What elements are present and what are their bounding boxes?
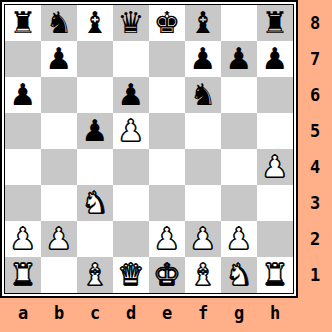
piece-white-queen: ♛ (118, 257, 145, 293)
square-f2[interactable]: ♟ (185, 221, 221, 257)
square-c2[interactable] (77, 221, 113, 257)
square-a6[interactable]: ♟ (5, 77, 41, 113)
file-label-a: a (5, 298, 41, 332)
piece-black-king: ♚ (154, 5, 181, 41)
square-e1[interactable]: ♚ (149, 257, 185, 293)
file-label-f: f (185, 298, 221, 332)
file-label-e: e (149, 298, 185, 332)
square-g7[interactable]: ♟ (221, 41, 257, 77)
square-d4[interactable] (113, 149, 149, 185)
square-g8[interactable] (221, 5, 257, 41)
rank-label-1: 1 (298, 257, 332, 293)
file-label-h: h (257, 298, 293, 332)
square-h4[interactable]: ♟ (257, 149, 293, 185)
piece-black-pawn: ♟ (118, 77, 145, 113)
square-g1[interactable]: ♞ (221, 257, 257, 293)
square-a1[interactable]: ♜ (5, 257, 41, 293)
rank-label-8: 8 (298, 5, 332, 41)
file-label-d: d (113, 298, 149, 332)
piece-black-bishop: ♝ (190, 5, 217, 41)
square-c4[interactable] (77, 149, 113, 185)
piece-white-pawn: ♟ (190, 221, 217, 257)
piece-black-pawn: ♟ (262, 41, 289, 77)
square-f6[interactable]: ♞ (185, 77, 221, 113)
piece-white-rook: ♜ (262, 257, 289, 293)
square-b7[interactable]: ♟ (41, 41, 77, 77)
piece-black-bishop: ♝ (82, 5, 109, 41)
file-label-g: g (221, 298, 257, 332)
piece-black-queen: ♛ (118, 5, 145, 41)
square-d2[interactable] (113, 221, 149, 257)
piece-black-pawn: ♟ (10, 77, 37, 113)
square-g2[interactable]: ♟ (221, 221, 257, 257)
rank-labels: 87654321 (298, 5, 332, 293)
square-c3[interactable]: ♞ (77, 185, 113, 221)
square-g5[interactable] (221, 113, 257, 149)
square-b3[interactable] (41, 185, 77, 221)
square-c6[interactable] (77, 77, 113, 113)
rank-label-3: 3 (298, 185, 332, 221)
chess-diagram: ♜♞♝♛♚♝♜♟♟♟♟♟♟♞♟♟♟♞♟♟♟♟♟♜♝♛♚♝♞♜ 87654321 … (0, 0, 332, 332)
board-frame-inner: ♜♞♝♛♚♝♜♟♟♟♟♟♟♞♟♟♟♞♟♟♟♟♟♜♝♛♚♝♞♜ (4, 4, 294, 294)
square-a8[interactable]: ♜ (5, 5, 41, 41)
square-e4[interactable] (149, 149, 185, 185)
square-a5[interactable] (5, 113, 41, 149)
square-e6[interactable] (149, 77, 185, 113)
square-h6[interactable] (257, 77, 293, 113)
square-b5[interactable] (41, 113, 77, 149)
piece-white-knight: ♞ (226, 257, 253, 293)
square-d8[interactable]: ♛ (113, 5, 149, 41)
square-f7[interactable]: ♟ (185, 41, 221, 77)
square-g4[interactable] (221, 149, 257, 185)
square-f8[interactable]: ♝ (185, 5, 221, 41)
square-b6[interactable] (41, 77, 77, 113)
square-e7[interactable] (149, 41, 185, 77)
square-e2[interactable]: ♟ (149, 221, 185, 257)
square-e5[interactable] (149, 113, 185, 149)
rank-label-2: 2 (298, 221, 332, 257)
file-labels: abcdefgh (5, 298, 293, 332)
square-h7[interactable]: ♟ (257, 41, 293, 77)
piece-white-king: ♚ (154, 257, 181, 293)
square-a4[interactable] (5, 149, 41, 185)
square-g6[interactable] (221, 77, 257, 113)
piece-white-knight: ♞ (82, 185, 109, 221)
square-a2[interactable]: ♟ (5, 221, 41, 257)
rank-label-4: 4 (298, 149, 332, 185)
square-h3[interactable] (257, 185, 293, 221)
square-d7[interactable] (113, 41, 149, 77)
piece-white-pawn: ♟ (226, 221, 253, 257)
piece-white-bishop: ♝ (190, 257, 217, 293)
piece-white-pawn: ♟ (262, 149, 289, 185)
piece-white-pawn: ♟ (46, 221, 73, 257)
square-a7[interactable] (5, 41, 41, 77)
square-c8[interactable]: ♝ (77, 5, 113, 41)
square-e3[interactable] (149, 185, 185, 221)
square-d6[interactable]: ♟ (113, 77, 149, 113)
square-h5[interactable] (257, 113, 293, 149)
square-f5[interactable] (185, 113, 221, 149)
piece-white-bishop: ♝ (82, 257, 109, 293)
rank-label-5: 5 (298, 113, 332, 149)
square-h2[interactable] (257, 221, 293, 257)
file-label-b: b (41, 298, 77, 332)
piece-white-pawn: ♟ (10, 221, 37, 257)
rank-label-7: 7 (298, 41, 332, 77)
square-f4[interactable] (185, 149, 221, 185)
square-f1[interactable]: ♝ (185, 257, 221, 293)
square-d1[interactable]: ♛ (113, 257, 149, 293)
square-b2[interactable]: ♟ (41, 221, 77, 257)
rank-label-6: 6 (298, 77, 332, 113)
chess-board: ♜♞♝♛♚♝♜♟♟♟♟♟♟♞♟♟♟♞♟♟♟♟♟♜♝♛♚♝♞♜ (5, 5, 293, 293)
square-c5[interactable]: ♟ (77, 113, 113, 149)
piece-black-knight: ♞ (190, 77, 217, 113)
piece-white-pawn: ♟ (118, 113, 145, 149)
board-frame: ♜♞♝♛♚♝♜♟♟♟♟♟♟♞♟♟♟♞♟♟♟♟♟♜♝♛♚♝♞♜ (0, 0, 298, 298)
piece-white-rook: ♜ (10, 257, 37, 293)
square-h1[interactable]: ♜ (257, 257, 293, 293)
piece-black-pawn: ♟ (82, 113, 109, 149)
square-a3[interactable] (5, 185, 41, 221)
piece-black-pawn: ♟ (190, 41, 217, 77)
square-c1[interactable]: ♝ (77, 257, 113, 293)
file-label-c: c (77, 298, 113, 332)
square-b4[interactable] (41, 149, 77, 185)
board-frame-gap: ♜♞♝♛♚♝♜♟♟♟♟♟♟♞♟♟♟♞♟♟♟♟♟♜♝♛♚♝♞♜ (2, 2, 296, 296)
square-h8[interactable]: ♜ (257, 5, 293, 41)
square-g3[interactable] (221, 185, 257, 221)
piece-black-knight: ♞ (46, 5, 73, 41)
square-c7[interactable] (77, 41, 113, 77)
square-f3[interactable] (185, 185, 221, 221)
square-d5[interactable]: ♟ (113, 113, 149, 149)
square-b8[interactable]: ♞ (41, 5, 77, 41)
piece-black-rook: ♜ (262, 5, 289, 41)
piece-white-pawn: ♟ (154, 221, 181, 257)
piece-black-rook: ♜ (10, 5, 37, 41)
square-b1[interactable] (41, 257, 77, 293)
piece-black-pawn: ♟ (46, 41, 73, 77)
square-d3[interactable] (113, 185, 149, 221)
piece-black-pawn: ♟ (226, 41, 253, 77)
square-e8[interactable]: ♚ (149, 5, 185, 41)
